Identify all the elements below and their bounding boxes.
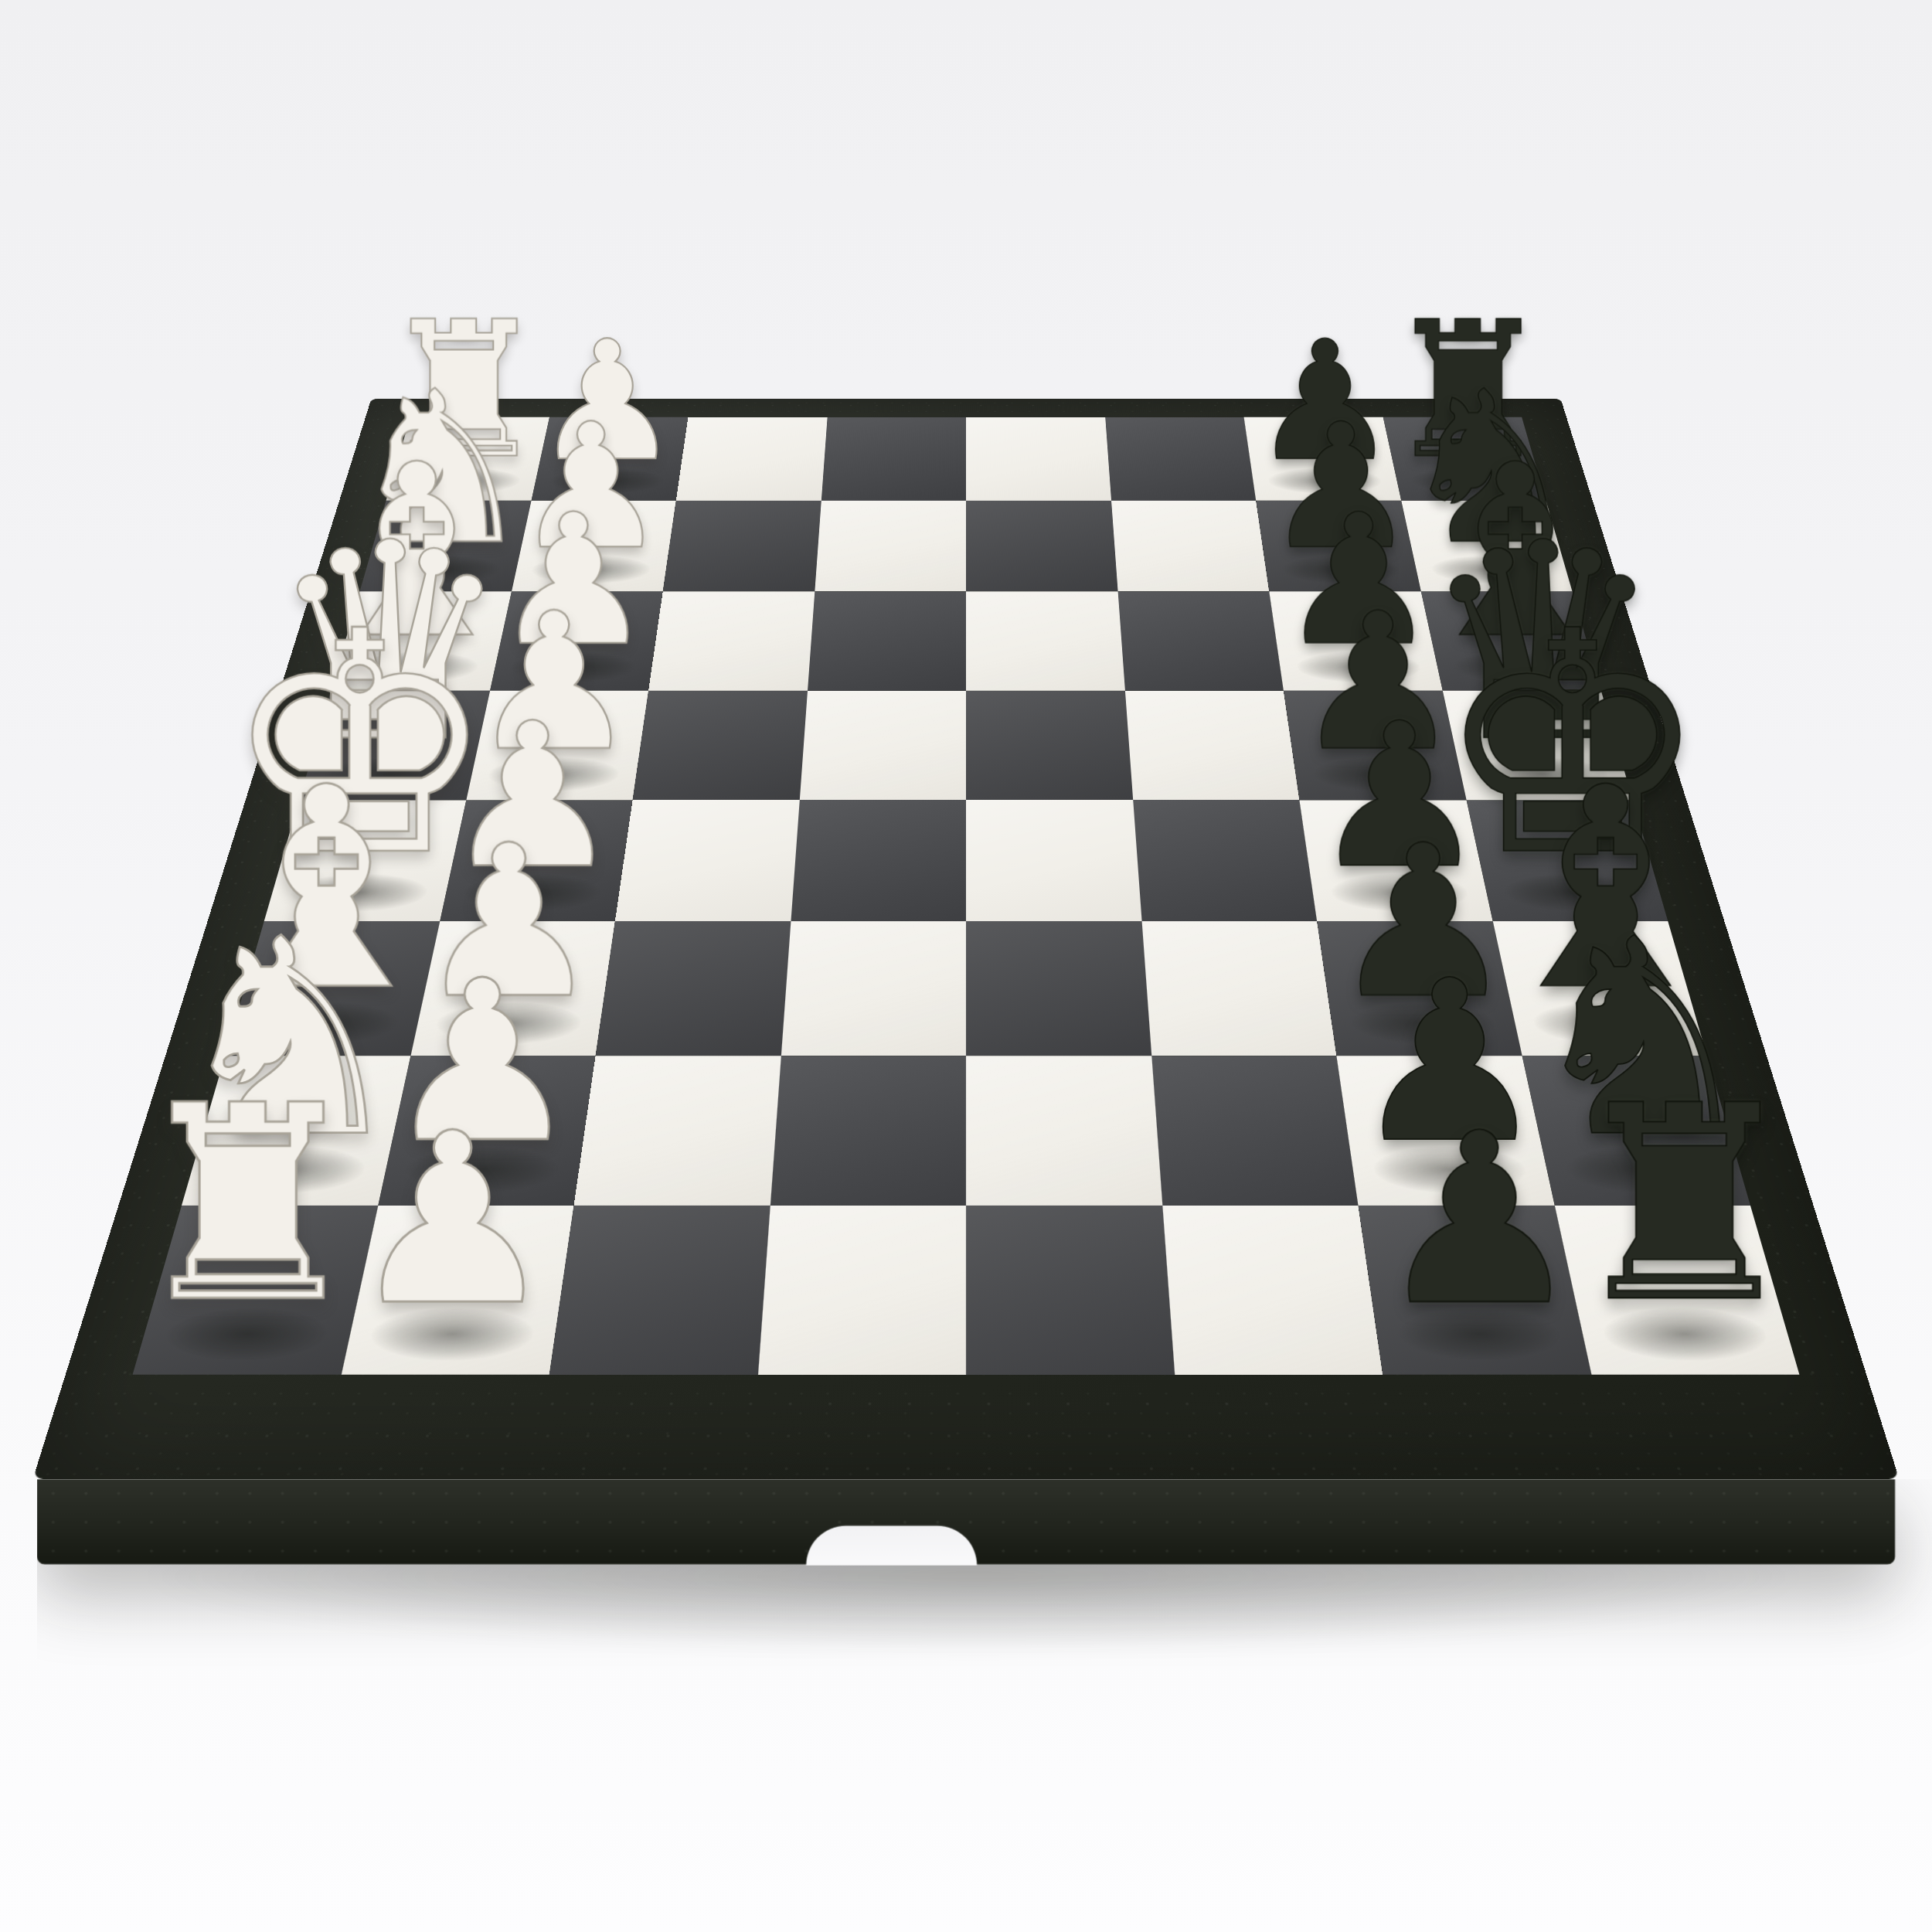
square-c2-r2[interactable]: ♟ xyxy=(512,501,676,592)
square-c3-r6[interactable] xyxy=(596,921,791,1056)
square-c7-r3[interactable]: ♟ xyxy=(1269,591,1442,691)
photo-scene: ♜♟♟♜♞♟♟♞♝♟♟♝♛♟♟♛♚♟♟♚♝♟♟♝♞♟♟♞♜♟♟♜ xyxy=(0,0,1932,1932)
piece-white-pawn[interactable]: ♟ xyxy=(533,323,681,480)
square-c6-r4[interactable] xyxy=(1124,691,1299,801)
piece-shadow xyxy=(1410,468,1528,494)
piece-shadow xyxy=(1295,652,1423,683)
square-c6-r3[interactable] xyxy=(1117,591,1284,691)
piece-black-knight[interactable]: ♞ xyxy=(1396,369,1585,568)
piece-shadow xyxy=(529,556,651,583)
piece-shadow xyxy=(1281,556,1403,583)
square-c4-r2[interactable] xyxy=(815,501,966,592)
piece-white-pawn[interactable]: ♟ xyxy=(514,405,668,569)
square-c3-r8[interactable] xyxy=(549,1206,770,1375)
square-c3-r7[interactable] xyxy=(573,1056,781,1206)
square-c5-r1[interactable] xyxy=(966,417,1111,501)
square-c4-r5[interactable] xyxy=(791,800,966,921)
piece-black-rook[interactable]: ♜ xyxy=(1564,1077,1805,1332)
piece-white-rook[interactable]: ♜ xyxy=(127,1077,368,1332)
piece-black-pawn[interactable]: ♟ xyxy=(1264,405,1418,569)
square-c3-r5[interactable] xyxy=(615,800,799,921)
square-c7-r1[interactable]: ♟ xyxy=(1244,417,1401,501)
square-c2-r1[interactable]: ♟ xyxy=(531,417,688,501)
square-c7-r8[interactable]: ♟ xyxy=(1359,1206,1591,1375)
square-c4-r3[interactable] xyxy=(808,591,966,691)
square-c3-r1[interactable] xyxy=(676,417,827,501)
square-c3-r4[interactable] xyxy=(633,691,808,801)
square-c6-r1[interactable] xyxy=(1105,417,1256,501)
square-c4-r4[interactable] xyxy=(799,691,966,801)
square-c3-r2[interactable] xyxy=(663,501,821,592)
piece-black-rook[interactable]: ♜ xyxy=(1384,301,1553,480)
square-c5-r7[interactable] xyxy=(966,1056,1162,1206)
square-c2-r8[interactable]: ♟ xyxy=(341,1206,573,1375)
square-c5-r8[interactable] xyxy=(966,1206,1175,1375)
piece-white-pawn[interactable]: ♟ xyxy=(347,1108,559,1332)
square-c6-r2[interactable] xyxy=(1111,501,1270,592)
square-c7-r2[interactable]: ♟ xyxy=(1256,501,1420,592)
square-c4-r6[interactable] xyxy=(781,921,966,1056)
square-c2-r3[interactable]: ♟ xyxy=(490,591,663,691)
piece-white-rook[interactable]: ♜ xyxy=(379,301,548,480)
piece-white-knight[interactable]: ♞ xyxy=(347,369,536,568)
square-c4-r8[interactable] xyxy=(757,1206,966,1375)
square-c6-r6[interactable] xyxy=(1141,921,1336,1056)
piece-shadow xyxy=(549,468,665,494)
square-c5-r5[interactable] xyxy=(966,800,1141,921)
board-grid: ♜♟♟♜♞♟♟♞♝♟♟♝♛♟♟♛♚♟♟♚♝♟♟♝♞♟♟♞♜♟♟♜ xyxy=(133,417,1800,1375)
chess-board-slab: ♜♟♟♜♞♟♟♞♝♟♟♝♛♟♟♛♚♟♟♚♝♟♟♝♞♟♟♞♜♟♟♜ xyxy=(32,399,1899,1479)
square-c4-r1[interactable] xyxy=(821,417,966,501)
square-c8-r1[interactable]: ♜ xyxy=(1383,417,1546,501)
piece-black-pawn[interactable]: ♟ xyxy=(1277,495,1439,666)
piece-shadow xyxy=(509,652,637,683)
square-c1-r8[interactable]: ♜ xyxy=(133,1206,378,1375)
board-front-edge xyxy=(37,1479,1896,1564)
square-c6-r7[interactable] xyxy=(1151,1056,1359,1206)
piece-shadow xyxy=(404,468,522,494)
square-c4-r7[interactable] xyxy=(770,1056,966,1206)
piece-white-pawn[interactable]: ♟ xyxy=(493,495,655,666)
square-c8-r8[interactable]: ♜ xyxy=(1554,1206,1799,1375)
square-c6-r8[interactable] xyxy=(1162,1206,1383,1375)
piece-black-pawn[interactable]: ♟ xyxy=(1250,323,1398,480)
finger-notch xyxy=(806,1526,977,1565)
piece-shadow xyxy=(1267,468,1383,494)
square-c5-r6[interactable] xyxy=(966,921,1151,1056)
square-c6-r5[interactable] xyxy=(1133,800,1317,921)
piece-black-pawn[interactable]: ♟ xyxy=(1373,1108,1585,1332)
square-c1-r1[interactable]: ♜ xyxy=(386,417,549,501)
square-c5-r4[interactable] xyxy=(966,691,1133,801)
square-c3-r3[interactable] xyxy=(648,591,815,691)
square-c5-r3[interactable] xyxy=(966,591,1124,691)
square-c5-r2[interactable] xyxy=(966,501,1117,592)
